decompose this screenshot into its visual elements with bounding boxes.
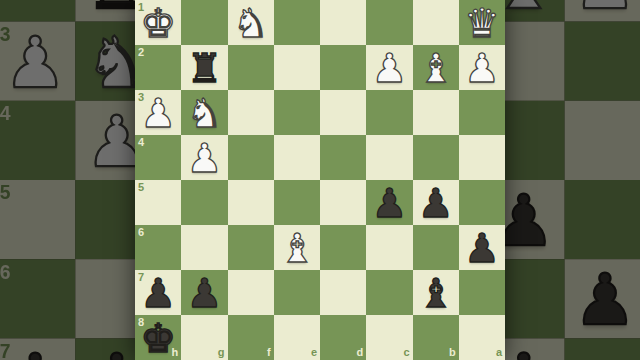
square-a8[interactable]: a	[459, 315, 505, 360]
square-f2[interactable]	[228, 45, 274, 90]
square-c5[interactable]: ♟	[366, 180, 412, 225]
square-h2: 2	[0, 0, 76, 22]
square-a3	[564, 22, 640, 101]
square-a5	[564, 180, 640, 259]
square-a4	[564, 101, 640, 180]
file-label-a: a	[496, 347, 502, 358]
square-b2[interactable]: ♝	[413, 45, 459, 90]
black-pawn-h7: ♟	[0, 338, 76, 360]
square-b1[interactable]	[413, 0, 459, 45]
black-pawn-c5[interactable]: ♟	[366, 180, 412, 225]
white-pawn-a2[interactable]: ♟	[459, 45, 505, 90]
white-bishop-b2[interactable]: ♝	[413, 45, 459, 90]
square-e2[interactable]	[274, 45, 320, 90]
square-c3[interactable]	[366, 90, 412, 135]
square-e3[interactable]	[274, 90, 320, 135]
square-h3[interactable]: 3♟	[135, 90, 181, 135]
file-label-f: f	[267, 347, 271, 358]
white-pawn-c2[interactable]: ♟	[366, 45, 412, 90]
file-label-h: h	[172, 347, 179, 358]
square-h4[interactable]: 4	[135, 135, 181, 180]
square-e7[interactable]	[274, 270, 320, 315]
video-frame: 1♚♞♛2♜♟♝♟3♟♞4♟5♟♟6♝♟7♟♟♝8h♚gfedcba 1♚♞♛2…	[0, 0, 640, 360]
rank-label-7: 7	[138, 272, 144, 283]
white-knight-f1[interactable]: ♞	[228, 0, 274, 45]
white-bishop-e6[interactable]: ♝	[274, 225, 320, 270]
square-h6: 6	[0, 259, 76, 338]
black-rook-g2[interactable]: ♜	[181, 45, 227, 90]
rank-label-5: 5	[138, 182, 144, 193]
square-a7[interactable]	[459, 270, 505, 315]
square-a3[interactable]	[459, 90, 505, 135]
square-d4[interactable]	[320, 135, 366, 180]
white-pawn-a2: ♟	[564, 0, 640, 22]
square-d8[interactable]: d	[320, 315, 366, 360]
square-g5[interactable]	[181, 180, 227, 225]
square-f4[interactable]	[228, 135, 274, 180]
rank-label-5: 5	[0, 184, 10, 203]
white-pawn-h3: ♟	[0, 22, 76, 101]
rank-label-1: 1	[138, 2, 144, 13]
chess-board[interactable]: 1♚♞♛2♜♟♝♟3♟♞4♟5♟♟6♝♟7♟♟♝8h♚gfedcba	[135, 0, 505, 360]
square-a5[interactable]	[459, 180, 505, 225]
square-f5[interactable]	[228, 180, 274, 225]
square-f8[interactable]: f	[228, 315, 274, 360]
square-g4[interactable]: ♟	[181, 135, 227, 180]
square-b4[interactable]	[413, 135, 459, 180]
rank-label-8: 8	[138, 317, 144, 328]
rank-label-3: 3	[138, 92, 144, 103]
square-a1[interactable]: ♛	[459, 0, 505, 45]
square-e4[interactable]	[274, 135, 320, 180]
square-a2: ♟	[564, 0, 640, 22]
file-label-g: g	[218, 347, 225, 358]
square-f6[interactable]	[228, 225, 274, 270]
square-c7[interactable]	[366, 270, 412, 315]
square-g6[interactable]	[181, 225, 227, 270]
square-h5: 5	[0, 180, 76, 259]
rank-label-4: 4	[138, 137, 144, 148]
square-c6[interactable]	[366, 225, 412, 270]
square-d1[interactable]	[320, 0, 366, 45]
square-b7[interactable]: ♝	[413, 270, 459, 315]
black-pawn-a6: ♟	[564, 259, 640, 338]
square-d3[interactable]	[320, 90, 366, 135]
rank-label-6: 6	[138, 227, 144, 238]
square-e1[interactable]	[274, 0, 320, 45]
square-d7[interactable]	[320, 270, 366, 315]
white-queen-a1[interactable]: ♛	[459, 0, 505, 45]
square-a6[interactable]: ♟	[459, 225, 505, 270]
square-a2[interactable]: ♟	[459, 45, 505, 90]
square-b3[interactable]	[413, 90, 459, 135]
square-f3[interactable]	[228, 90, 274, 135]
square-g1[interactable]	[181, 0, 227, 45]
square-h2[interactable]: 2	[135, 45, 181, 90]
square-g8[interactable]: g	[181, 315, 227, 360]
square-d6[interactable]	[320, 225, 366, 270]
square-f7[interactable]	[228, 270, 274, 315]
black-pawn-g7[interactable]: ♟	[181, 270, 227, 315]
square-e8[interactable]: e	[274, 315, 320, 360]
rank-label-6: 6	[0, 263, 10, 282]
square-b8[interactable]: b	[413, 315, 459, 360]
square-b5[interactable]: ♟	[413, 180, 459, 225]
square-g7[interactable]: ♟	[181, 270, 227, 315]
square-h8[interactable]: 8h♚	[135, 315, 181, 360]
square-f1[interactable]: ♞	[228, 0, 274, 45]
square-b6[interactable]	[413, 225, 459, 270]
square-a6: ♟	[564, 259, 640, 338]
rank-label-4: 4	[0, 104, 10, 123]
square-h1[interactable]: 1♚	[135, 0, 181, 45]
square-c8[interactable]: c	[366, 315, 412, 360]
square-g2[interactable]: ♜	[181, 45, 227, 90]
square-c1[interactable]	[366, 0, 412, 45]
file-label-e: e	[311, 347, 317, 358]
file-label-c: c	[403, 347, 409, 358]
file-label-b: b	[449, 347, 456, 358]
square-d2[interactable]	[320, 45, 366, 90]
file-label-d: d	[357, 347, 364, 358]
black-bishop-b7[interactable]: ♝	[413, 270, 459, 315]
square-h3: 3♟	[0, 22, 76, 101]
square-e6[interactable]: ♝	[274, 225, 320, 270]
square-g3[interactable]: ♞	[181, 90, 227, 135]
square-e5[interactable]	[274, 180, 320, 225]
white-knight-g3[interactable]: ♞	[181, 90, 227, 135]
white-pawn-g4[interactable]: ♟	[181, 135, 227, 180]
square-h7: 7♟	[0, 338, 76, 360]
square-h4: 4	[0, 101, 76, 180]
square-d5[interactable]	[320, 180, 366, 225]
black-pawn-a6[interactable]: ♟	[459, 225, 505, 270]
square-h5[interactable]: 5	[135, 180, 181, 225]
rank-label-2: 2	[138, 47, 144, 58]
square-a7	[564, 338, 640, 360]
square-h6[interactable]: 6	[135, 225, 181, 270]
square-h7[interactable]: 7♟	[135, 270, 181, 315]
black-pawn-b5[interactable]: ♟	[413, 180, 459, 225]
square-a4[interactable]	[459, 135, 505, 180]
square-c2[interactable]: ♟	[366, 45, 412, 90]
square-c4[interactable]	[366, 135, 412, 180]
rank-label-3: 3	[0, 25, 10, 44]
rank-label-7: 7	[0, 342, 10, 360]
